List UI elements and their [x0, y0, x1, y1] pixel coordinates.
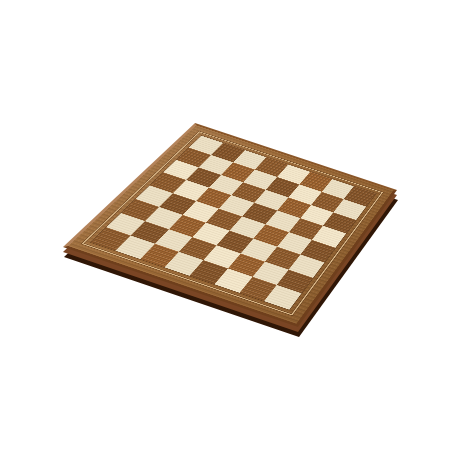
product-photo	[0, 0, 458, 458]
chessboard	[63, 123, 397, 327]
